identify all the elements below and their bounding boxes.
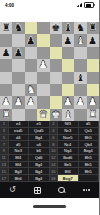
square-e2[interactable]	[50, 96, 62, 108]
square-e8[interactable]: ♚	[50, 22, 62, 34]
black-knight-b8: ♞	[14, 23, 23, 33]
move-cell[interactable]: d4	[9, 135, 30, 142]
square-a1[interactable]: ♜	[0, 109, 12, 121]
square-b2[interactable]: ♟	[12, 96, 24, 108]
square-h1[interactable]: ♜	[87, 109, 99, 121]
battery-icon	[84, 2, 94, 8]
move-row: 7d5a68Nc4Qb4	[0, 141, 99, 148]
white-knight-c3: ♞	[26, 85, 35, 95]
square-f6[interactable]	[62, 47, 74, 59]
more-icon	[83, 189, 90, 191]
white-bishop-f1: ♝	[64, 109, 73, 119]
move-cell[interactable]: Bg3	[9, 168, 30, 175]
chess-board: ♜♞♚♝♞♜♟♟♝♟♟♟♟♝♞♟♟♟♟♟♟♜♛♚♝♜	[0, 22, 99, 121]
square-f7[interactable]: ♟	[62, 34, 74, 46]
square-g6[interactable]	[74, 47, 86, 59]
move-cell[interactable]: Bf4	[9, 155, 30, 162]
square-c7[interactable]: ♟	[25, 34, 37, 46]
move-cell[interactable]: Qb4	[79, 141, 100, 148]
square-e3[interactable]	[50, 84, 62, 96]
move-number: 7	[0, 141, 9, 148]
black-rook-h8: ♜	[88, 23, 97, 33]
move-cell[interactable]: Bxg7	[58, 175, 79, 182]
phone-screen: 4:00 ♜♞♚♝♞♜♟♟♝♟♟♟♟♝♞♟♟♟♟♟♟♜♛♚♝♜ 1e4e52Nf…	[0, 0, 99, 215]
move-cell[interactable]: exd5	[9, 128, 30, 135]
square-f2[interactable]: ♟	[62, 96, 74, 108]
square-g1[interactable]	[74, 109, 86, 121]
board-button[interactable]	[30, 184, 44, 196]
white-pawn-a2: ♟	[2, 97, 11, 107]
move-number: 3	[0, 128, 9, 135]
square-d5[interactable]: ♟	[37, 59, 49, 71]
black-pawn-a6: ♟	[2, 47, 11, 57]
square-h8[interactable]: ♜	[87, 22, 99, 34]
square-c6[interactable]	[25, 47, 37, 59]
square-g4[interactable]: ♝	[74, 72, 86, 84]
black-bishop-g4: ♝	[76, 72, 85, 82]
move-cell[interactable]: Nc3	[58, 128, 79, 135]
square-a2[interactable]: ♟	[0, 96, 12, 108]
move-number: 12	[50, 155, 59, 162]
square-d4[interactable]	[37, 72, 49, 84]
move-row: 5d4Bg46Nxe5Bh5	[0, 135, 99, 142]
move-number: 14	[50, 162, 59, 169]
move-cell[interactable]	[79, 175, 100, 182]
white-king-e1: ♚	[51, 109, 60, 119]
square-g8[interactable]: ♞	[74, 22, 86, 34]
move-number: 16	[50, 168, 59, 175]
move-number: 10	[50, 148, 59, 155]
move-row: 1e4e52Nf3d5	[0, 121, 99, 128]
square-b6[interactable]: ♟	[12, 47, 24, 59]
white-pawn-c2: ♟	[26, 97, 35, 107]
move-cell[interactable]: Nf3	[58, 121, 79, 128]
move-cell[interactable]: Ng4	[58, 148, 79, 155]
move-row: 15Bg3Bg416Bf4Bh5	[0, 168, 99, 175]
move-row: 13Bf4Bg414Be5Bh5	[0, 162, 99, 169]
undo-icon: ↺	[9, 186, 16, 194]
move-number: 2	[50, 121, 59, 128]
square-d1[interactable]: ♛	[37, 109, 49, 121]
move-list-table: 1e4e52Nf3d53exd5Qxd54Nc3Qa55d4Bg46Nxe5Bh…	[0, 121, 99, 182]
move-cell[interactable]: Bh5	[79, 135, 100, 142]
square-c8[interactable]	[25, 22, 37, 34]
move-cell[interactable]: Qxd5	[29, 128, 50, 135]
white-pawn-h2: ♟	[88, 97, 97, 107]
move-number: 11	[0, 155, 9, 162]
black-pawn-b6: ♟	[14, 47, 23, 57]
move-cell[interactable]: Bg4	[29, 135, 50, 142]
board-icon	[34, 187, 41, 194]
square-c5[interactable]	[25, 59, 37, 71]
move-row: 11Bf4Qd612Bxd6Bh5	[0, 155, 99, 162]
move-row: 9Ne3b610Ng4Bxg4	[0, 148, 99, 155]
move-number: 1	[0, 121, 9, 128]
move-number: 15	[0, 168, 9, 175]
square-f5[interactable]	[62, 59, 74, 71]
signal-icon	[77, 3, 83, 7]
square-c4[interactable]	[25, 72, 37, 84]
square-c1[interactable]	[25, 109, 37, 121]
move-cell[interactable]: Bg4	[29, 162, 50, 169]
black-pawn-f7: ♟	[64, 35, 73, 45]
square-e7[interactable]	[50, 34, 62, 46]
status-bar: 4:00	[0, 0, 99, 10]
square-d2[interactable]	[37, 96, 49, 108]
move-row: 3exd5Qxd54Nc3Qa5	[0, 128, 99, 135]
undo-button[interactable]: ↺	[5, 184, 19, 196]
white-rook-a1: ♜	[2, 109, 11, 119]
square-d7[interactable]	[37, 34, 49, 46]
move-cell[interactable]: Bxg4	[79, 148, 100, 155]
search-button[interactable]	[55, 184, 69, 196]
move-number: 18	[50, 175, 59, 182]
square-b4[interactable]	[12, 72, 24, 84]
square-a5[interactable]	[0, 59, 12, 71]
square-a4[interactable]	[0, 72, 12, 84]
move-cell[interactable]: Be5	[58, 162, 79, 169]
square-e1[interactable]: ♚	[50, 109, 62, 121]
move-cell[interactable]: Bg4	[29, 175, 50, 182]
square-c2[interactable]: ♟	[25, 96, 37, 108]
move-cell[interactable]: Bh5	[79, 155, 100, 162]
black-pawn-c7: ♟	[26, 35, 35, 45]
square-b8[interactable]: ♞	[12, 22, 24, 34]
square-a7[interactable]	[0, 34, 12, 46]
square-g2[interactable]: ♟	[74, 96, 86, 108]
white-rook-h1: ♜	[88, 109, 97, 119]
square-f1[interactable]: ♝	[62, 109, 74, 121]
square-b5[interactable]	[12, 59, 24, 71]
move-number: 4	[50, 128, 59, 135]
move-cell[interactable]: b6	[29, 148, 50, 155]
move-cell[interactable]: Qa5	[79, 128, 100, 135]
white-pawn-f2: ♟	[64, 97, 73, 107]
move-cell[interactable]: Nxe5	[58, 135, 79, 142]
square-h3[interactable]	[87, 84, 99, 96]
black-knight-g8: ♞	[76, 23, 85, 33]
move-cell[interactable]: Bxd6	[58, 155, 79, 162]
square-c3[interactable]: ♞	[25, 84, 37, 96]
move-cell[interactable]: d5	[79, 121, 100, 128]
move-cell[interactable]: Bf4	[9, 162, 30, 169]
square-h6[interactable]	[87, 47, 99, 59]
bottom-toolbar: ↺	[0, 182, 99, 198]
square-b3[interactable]	[12, 84, 24, 96]
square-d3[interactable]	[37, 84, 49, 96]
status-icons	[77, 2, 95, 8]
move-cell[interactable]: Bh5	[79, 168, 100, 175]
search-icon	[58, 186, 66, 194]
square-a6[interactable]: ♟	[0, 47, 12, 59]
status-time: 4:00	[5, 3, 14, 8]
square-b7[interactable]	[12, 34, 24, 46]
square-b1[interactable]	[12, 109, 24, 121]
black-pawn-h7: ♟	[88, 35, 97, 45]
square-a8[interactable]: ♜	[0, 22, 12, 34]
square-f4[interactable]	[62, 72, 74, 84]
move-number: 8	[50, 141, 59, 148]
black-king-e8: ♚	[51, 23, 60, 33]
move-cell[interactable]: e5	[29, 121, 50, 128]
square-a3[interactable]	[0, 84, 12, 96]
move-number: 13	[0, 162, 9, 169]
square-e5[interactable]	[50, 59, 62, 71]
square-h7[interactable]: ♟	[87, 34, 99, 46]
square-h5[interactable]	[87, 59, 99, 71]
move-cell[interactable]: Bh6	[9, 175, 30, 182]
square-g5[interactable]	[74, 59, 86, 71]
move-cell[interactable]: Bh5	[79, 162, 100, 169]
move-cell[interactable]: d5	[9, 141, 30, 148]
square-d6[interactable]	[37, 47, 49, 59]
square-f3[interactable]	[62, 84, 74, 96]
move-number: 9	[0, 148, 9, 155]
white-queen-d1: ♛	[39, 109, 48, 119]
square-g3[interactable]	[74, 84, 86, 96]
move-cell[interactable]: Qd6	[29, 155, 50, 162]
move-cell[interactable]: Bg4	[29, 168, 50, 175]
home-indicator[interactable]	[33, 205, 66, 208]
move-cell[interactable]: Nc4	[58, 141, 79, 148]
square-h4[interactable]	[87, 72, 99, 84]
square-e6[interactable]	[50, 47, 62, 59]
white-pawn-g2: ♟	[76, 97, 85, 107]
square-e4[interactable]	[50, 72, 62, 84]
square-d8[interactable]	[37, 22, 49, 34]
square-g7[interactable]: ♝	[74, 34, 86, 46]
white-pawn-d5: ♟	[39, 60, 48, 70]
square-f8[interactable]: ♝	[62, 22, 74, 34]
move-number: 5	[0, 135, 9, 142]
move-cell[interactable]: Ne3	[9, 148, 30, 155]
move-cell[interactable]: a6	[29, 141, 50, 148]
white-bishop-g7: ♝	[76, 35, 85, 45]
move-cell[interactable]: Bf4	[58, 168, 79, 175]
more-button[interactable]	[80, 184, 94, 196]
square-h2[interactable]: ♟	[87, 96, 99, 108]
move-row: 17Bh6Bg418Bxg7	[0, 175, 99, 182]
move-cell[interactable]: e4	[9, 121, 30, 128]
move-number: 6	[50, 135, 59, 142]
white-pawn-b2: ♟	[14, 97, 23, 107]
black-rook-a8: ♜	[2, 23, 11, 33]
black-bishop-f8: ♝	[64, 23, 73, 33]
move-number: 17	[0, 175, 9, 182]
